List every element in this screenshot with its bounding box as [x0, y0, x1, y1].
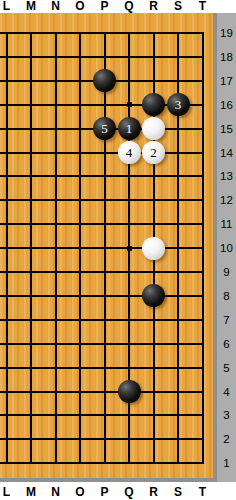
- bottom-col-label-Q: Q: [119, 486, 139, 499]
- white-stone-R15: [142, 117, 165, 140]
- row-label-19: 19: [217, 26, 236, 40]
- move-number-label: 2: [142, 141, 165, 164]
- row-label-18: 18: [217, 50, 236, 64]
- row-label-15: 15: [217, 122, 236, 136]
- grid-vline-T: [202, 32, 204, 464]
- row-label-3: 3: [217, 408, 236, 422]
- grid-vline-L: [6, 32, 8, 464]
- black-stone-Q15: 1: [118, 117, 141, 140]
- black-stone-R8: [142, 284, 165, 307]
- row-label-11: 11: [217, 217, 236, 231]
- top-col-label-P: P: [95, 0, 115, 13]
- bottom-col-label-R: R: [144, 486, 164, 499]
- grid-vline-M: [30, 32, 32, 464]
- grid-vline-O: [79, 32, 81, 464]
- star-point-Q10: [127, 246, 132, 251]
- bottom-coordinate-bar: LMNOPQRST: [0, 483, 236, 500]
- top-col-label-Q: Q: [119, 0, 139, 13]
- black-stone-S16: 3: [167, 93, 190, 116]
- black-stone-P17: [93, 69, 116, 92]
- row-label-2: 2: [217, 432, 236, 446]
- grid-vline-P: [104, 32, 106, 464]
- black-stone-P15: 5: [93, 117, 116, 140]
- right-coordinate-bar: 19181716151413121110987654321: [217, 13, 236, 482]
- top-col-label-R: R: [144, 0, 164, 13]
- row-label-6: 6: [217, 337, 236, 351]
- move-number-label: 3: [167, 93, 190, 116]
- top-coordinate-bar: LMNOPQRST: [0, 0, 236, 13]
- white-stone-R10: [142, 237, 165, 260]
- move-number-label: 5: [93, 117, 116, 140]
- black-stone-R16: [142, 93, 165, 116]
- row-label-10: 10: [217, 241, 236, 255]
- top-col-label-L: L: [0, 0, 17, 13]
- go-board[interactable]: 35142: [0, 13, 217, 482]
- row-label-9: 9: [217, 265, 236, 279]
- row-label-14: 14: [217, 146, 236, 160]
- row-label-4: 4: [217, 385, 236, 399]
- row-label-17: 17: [217, 74, 236, 88]
- go-diagram: LMNOPQRST 35142 191817161514131211109876…: [0, 0, 236, 500]
- move-number-label: 4: [118, 141, 141, 164]
- grid-vline-N: [55, 32, 57, 464]
- row-label-8: 8: [217, 289, 236, 303]
- row-label-7: 7: [217, 313, 236, 327]
- row-label-5: 5: [217, 361, 236, 375]
- row-label-12: 12: [217, 193, 236, 207]
- black-stone-Q4: [118, 380, 141, 403]
- white-stone-R14: 2: [142, 141, 165, 164]
- row-label-16: 16: [217, 98, 236, 112]
- bottom-col-label-L: L: [0, 486, 17, 499]
- top-col-label-S: S: [168, 0, 188, 13]
- bottom-col-label-P: P: [95, 486, 115, 499]
- white-stone-Q14: 4: [118, 141, 141, 164]
- top-col-label-M: M: [21, 0, 41, 13]
- top-col-label-N: N: [46, 0, 66, 13]
- row-label-1: 1: [217, 456, 236, 470]
- bottom-col-label-M: M: [21, 486, 41, 499]
- star-point-Q16: [127, 102, 132, 107]
- row-label-13: 13: [217, 169, 236, 183]
- move-number-label: 1: [118, 117, 141, 140]
- bottom-col-label-T: T: [193, 486, 213, 499]
- top-col-label-T: T: [193, 0, 213, 13]
- bottom-col-label-O: O: [70, 486, 90, 499]
- bottom-col-label-S: S: [168, 486, 188, 499]
- top-col-label-O: O: [70, 0, 90, 13]
- bottom-col-label-N: N: [46, 486, 66, 499]
